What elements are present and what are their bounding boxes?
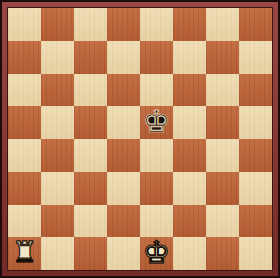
square-g3[interactable] bbox=[206, 172, 239, 205]
square-h3[interactable] bbox=[239, 172, 272, 205]
square-f8[interactable] bbox=[173, 8, 206, 41]
square-f6[interactable] bbox=[173, 74, 206, 107]
square-f3[interactable] bbox=[173, 172, 206, 205]
square-c6[interactable] bbox=[74, 74, 107, 107]
square-e4[interactable] bbox=[140, 139, 173, 172]
square-a2[interactable] bbox=[8, 205, 41, 238]
black-king[interactable]: ♚ bbox=[143, 106, 171, 137]
square-b5[interactable] bbox=[41, 106, 74, 139]
square-d6[interactable] bbox=[107, 74, 140, 107]
square-c8[interactable] bbox=[74, 8, 107, 41]
chessboard-frame: ♚♜♚ bbox=[0, 0, 280, 278]
square-b2[interactable] bbox=[41, 205, 74, 238]
square-h5[interactable] bbox=[239, 106, 272, 139]
square-e1[interactable]: ♚ bbox=[140, 237, 173, 270]
square-g5[interactable] bbox=[206, 106, 239, 139]
square-c7[interactable] bbox=[74, 41, 107, 74]
square-f1[interactable] bbox=[173, 237, 206, 270]
square-c3[interactable] bbox=[74, 172, 107, 205]
square-h7[interactable] bbox=[239, 41, 272, 74]
square-b4[interactable] bbox=[41, 139, 74, 172]
chessboard: ♚♜♚ bbox=[7, 7, 273, 271]
square-g2[interactable] bbox=[206, 205, 239, 238]
white-king[interactable]: ♚ bbox=[143, 237, 171, 268]
square-a7[interactable] bbox=[8, 41, 41, 74]
square-e3[interactable] bbox=[140, 172, 173, 205]
square-b8[interactable] bbox=[41, 8, 74, 41]
square-h8[interactable] bbox=[239, 8, 272, 41]
square-d8[interactable] bbox=[107, 8, 140, 41]
square-d3[interactable] bbox=[107, 172, 140, 205]
square-e8[interactable] bbox=[140, 8, 173, 41]
square-g6[interactable] bbox=[206, 74, 239, 107]
square-a4[interactable] bbox=[8, 139, 41, 172]
square-f7[interactable] bbox=[173, 41, 206, 74]
square-c5[interactable] bbox=[74, 106, 107, 139]
square-h6[interactable] bbox=[239, 74, 272, 107]
square-d1[interactable] bbox=[107, 237, 140, 270]
square-h2[interactable] bbox=[239, 205, 272, 238]
square-a6[interactable] bbox=[8, 74, 41, 107]
square-a3[interactable] bbox=[8, 172, 41, 205]
square-h4[interactable] bbox=[239, 139, 272, 172]
square-d4[interactable] bbox=[107, 139, 140, 172]
square-g4[interactable] bbox=[206, 139, 239, 172]
square-g8[interactable] bbox=[206, 8, 239, 41]
square-c2[interactable] bbox=[74, 205, 107, 238]
square-e2[interactable] bbox=[140, 205, 173, 238]
square-g1[interactable] bbox=[206, 237, 239, 270]
square-f4[interactable] bbox=[173, 139, 206, 172]
square-e5[interactable]: ♚ bbox=[140, 106, 173, 139]
square-b7[interactable] bbox=[41, 41, 74, 74]
square-g7[interactable] bbox=[206, 41, 239, 74]
square-d2[interactable] bbox=[107, 205, 140, 238]
square-e6[interactable] bbox=[140, 74, 173, 107]
square-d7[interactable] bbox=[107, 41, 140, 74]
square-c1[interactable] bbox=[74, 237, 107, 270]
white-rook[interactable]: ♜ bbox=[12, 238, 38, 267]
square-e7[interactable] bbox=[140, 41, 173, 74]
square-c4[interactable] bbox=[74, 139, 107, 172]
square-a8[interactable] bbox=[8, 8, 41, 41]
square-h1[interactable] bbox=[239, 237, 272, 270]
square-f5[interactable] bbox=[173, 106, 206, 139]
square-a1[interactable]: ♜ bbox=[8, 237, 41, 270]
square-f2[interactable] bbox=[173, 205, 206, 238]
square-a5[interactable] bbox=[8, 106, 41, 139]
square-d5[interactable] bbox=[107, 106, 140, 139]
square-b1[interactable] bbox=[41, 237, 74, 270]
square-b3[interactable] bbox=[41, 172, 74, 205]
square-b6[interactable] bbox=[41, 74, 74, 107]
